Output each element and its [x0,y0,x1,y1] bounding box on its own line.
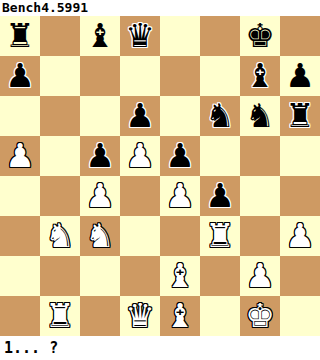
piece-black-queen[interactable]: ♛ [125,16,155,56]
square-g1[interactable]: ♚ [240,296,280,336]
square-h6[interactable]: ♜ [280,96,320,136]
square-h3[interactable]: ♟ [280,216,320,256]
square-a6[interactable] [0,96,40,136]
piece-white-pawn[interactable]: ♟ [245,256,275,296]
piece-black-pawn[interactable]: ♟ [125,96,155,136]
piece-white-pawn[interactable]: ♟ [165,176,195,216]
piece-white-bishop[interactable]: ♝ [165,256,195,296]
square-b6[interactable] [40,96,80,136]
square-a5[interactable]: ♟ [0,136,40,176]
square-c1[interactable] [80,296,120,336]
square-h1[interactable] [280,296,320,336]
square-b8[interactable] [40,16,80,56]
square-f3[interactable]: ♜ [200,216,240,256]
square-a7[interactable]: ♟ [0,56,40,96]
square-e7[interactable] [160,56,200,96]
square-a2[interactable] [0,256,40,296]
piece-black-bishop[interactable]: ♝ [85,16,115,56]
square-g5[interactable] [240,136,280,176]
piece-white-knight[interactable]: ♞ [45,216,75,256]
square-b7[interactable] [40,56,80,96]
square-b5[interactable] [40,136,80,176]
square-h2[interactable] [280,256,320,296]
piece-black-pawn[interactable]: ♟ [85,136,115,176]
square-e8[interactable] [160,16,200,56]
piece-white-queen[interactable]: ♛ [125,296,155,336]
square-h5[interactable] [280,136,320,176]
square-b2[interactable] [40,256,80,296]
square-f4[interactable]: ♟ [200,176,240,216]
piece-white-pawn[interactable]: ♟ [285,216,315,256]
square-c5[interactable]: ♟ [80,136,120,176]
piece-black-rook[interactable]: ♜ [285,96,315,136]
square-b3[interactable]: ♞ [40,216,80,256]
square-h8[interactable] [280,16,320,56]
square-c7[interactable] [80,56,120,96]
chess-board: ♜♝♛♚♟♝♟♟♞♞♜♟♟♟♟♟♟♟♞♞♜♟♝♟♜♛♝♚ [0,16,320,336]
square-a4[interactable] [0,176,40,216]
piece-black-knight[interactable]: ♞ [245,96,275,136]
piece-black-knight[interactable]: ♞ [205,96,235,136]
square-d4[interactable] [120,176,160,216]
square-d2[interactable] [120,256,160,296]
piece-black-king[interactable]: ♚ [245,16,275,56]
square-c3[interactable]: ♞ [80,216,120,256]
piece-black-pawn[interactable]: ♟ [205,176,235,216]
square-g3[interactable] [240,216,280,256]
square-f1[interactable] [200,296,240,336]
square-g7[interactable]: ♝ [240,56,280,96]
square-f8[interactable] [200,16,240,56]
square-g4[interactable] [240,176,280,216]
square-e2[interactable]: ♝ [160,256,200,296]
square-d3[interactable] [120,216,160,256]
piece-white-knight[interactable]: ♞ [85,216,115,256]
square-e1[interactable]: ♝ [160,296,200,336]
piece-white-pawn[interactable]: ♟ [125,136,155,176]
square-e4[interactable]: ♟ [160,176,200,216]
piece-black-pawn[interactable]: ♟ [285,56,315,96]
piece-black-pawn[interactable]: ♟ [5,56,35,96]
piece-white-pawn[interactable]: ♟ [85,176,115,216]
square-f7[interactable] [200,56,240,96]
square-d8[interactable]: ♛ [120,16,160,56]
square-f6[interactable]: ♞ [200,96,240,136]
square-c8[interactable]: ♝ [80,16,120,56]
square-a1[interactable] [0,296,40,336]
square-e5[interactable]: ♟ [160,136,200,176]
square-e3[interactable] [160,216,200,256]
piece-white-rook[interactable]: ♜ [205,216,235,256]
piece-white-king[interactable]: ♚ [245,296,275,336]
square-a3[interactable] [0,216,40,256]
square-c6[interactable] [80,96,120,136]
square-a8[interactable]: ♜ [0,16,40,56]
window-title: Bench4.5991 [0,0,320,16]
piece-white-bishop[interactable]: ♝ [165,296,195,336]
square-e6[interactable] [160,96,200,136]
square-h7[interactable]: ♟ [280,56,320,96]
piece-black-bishop[interactable]: ♝ [245,56,275,96]
square-c2[interactable] [80,256,120,296]
square-f5[interactable] [200,136,240,176]
square-f2[interactable] [200,256,240,296]
square-g6[interactable]: ♞ [240,96,280,136]
square-c4[interactable]: ♟ [80,176,120,216]
piece-black-pawn[interactable]: ♟ [165,136,195,176]
square-d6[interactable]: ♟ [120,96,160,136]
move-prompt: 1... ? [0,336,320,360]
square-h4[interactable] [280,176,320,216]
square-d7[interactable] [120,56,160,96]
square-g8[interactable]: ♚ [240,16,280,56]
piece-white-pawn[interactable]: ♟ [5,136,35,176]
piece-white-rook[interactable]: ♜ [45,296,75,336]
piece-black-rook[interactable]: ♜ [5,16,35,56]
square-b4[interactable] [40,176,80,216]
square-d1[interactable]: ♛ [120,296,160,336]
square-d5[interactable]: ♟ [120,136,160,176]
square-b1[interactable]: ♜ [40,296,80,336]
square-g2[interactable]: ♟ [240,256,280,296]
